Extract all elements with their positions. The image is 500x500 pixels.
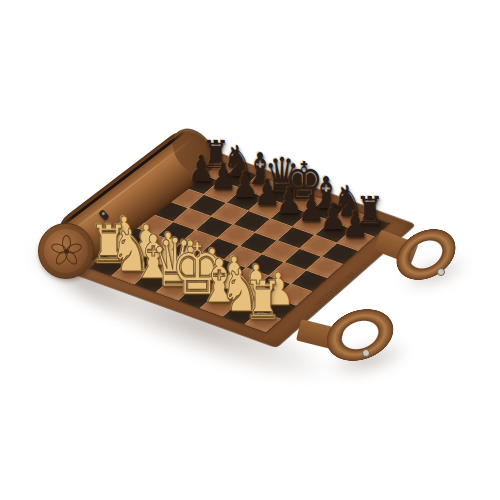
flower-emblem-icon: [39, 224, 93, 278]
product-photo: ♜♞♝♛♚♝♞♜♟♟♟♟♟♟♟♟♟♟♟♟♟♟♟♟♜♞♝♛♚♝♞♜: [0, 0, 500, 500]
snap-stud-upper: [437, 268, 445, 276]
roll-front-endcap: [38, 223, 94, 279]
snap-stud-lower: [362, 349, 370, 357]
